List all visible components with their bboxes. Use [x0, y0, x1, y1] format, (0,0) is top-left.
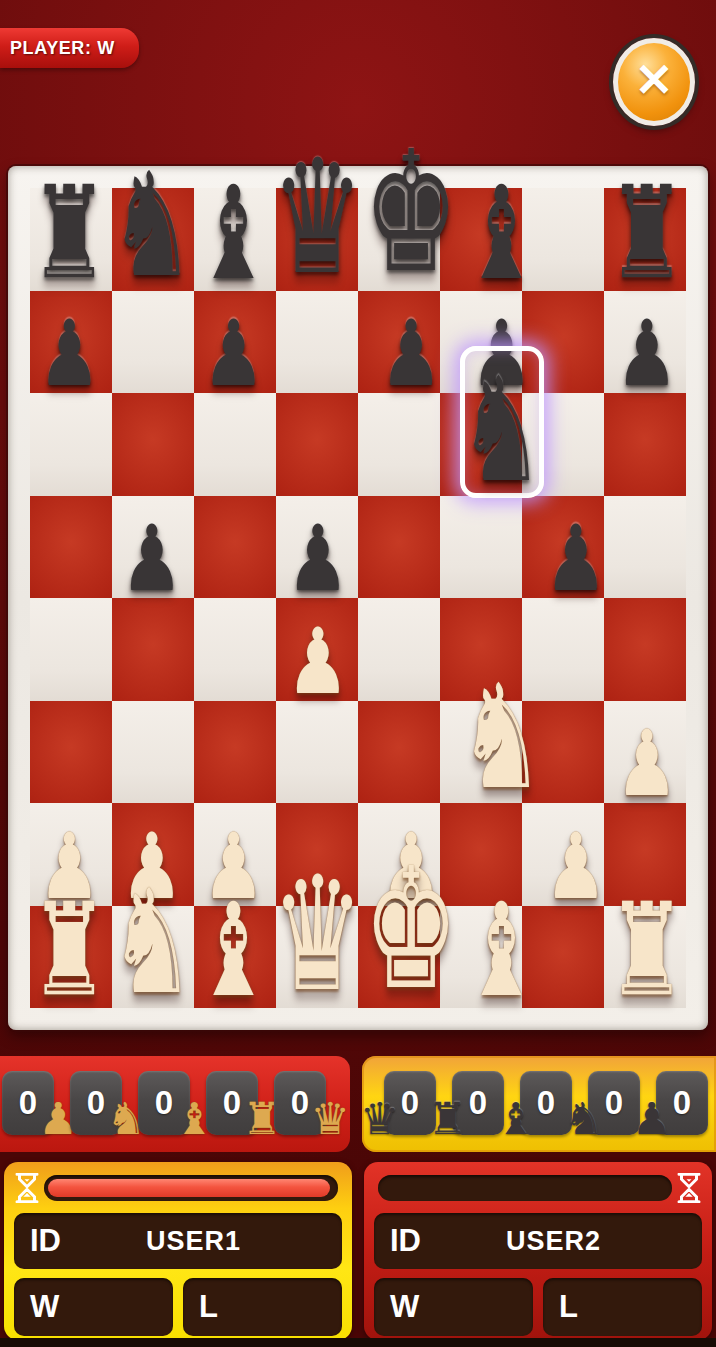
square-b3[interactable]	[112, 701, 194, 804]
player2-wins-box: W	[374, 1278, 533, 1336]
piece-black-pawn-e7[interactable]: ♟	[380, 308, 443, 399]
player2-timer-bar	[378, 1175, 672, 1201]
piece-white-pawn-h3[interactable]: ♟	[615, 718, 678, 809]
cell-f8: ♝	[459, 188, 545, 291]
square-a4[interactable]	[30, 598, 112, 701]
captured-white-bishop-counter: 0♝	[138, 1071, 206, 1137]
id-label: ID	[390, 1223, 421, 1259]
capture-count: 0	[206, 1071, 258, 1135]
cell-a7: ♟	[30, 291, 109, 394]
capture-count: 0	[2, 1071, 54, 1135]
cell-g5: ♟	[545, 496, 608, 599]
cell-g2: ♟	[545, 803, 608, 906]
player-turn-badge: PLAYER: W	[0, 28, 139, 68]
capture-count: 0	[452, 1071, 504, 1135]
cell-b1: ♞	[109, 906, 195, 1009]
captured-black-rook-counter: 0♜	[438, 1071, 506, 1137]
hourglass-icon	[14, 1173, 40, 1203]
piece-white-pawn-g2[interactable]: ♟	[545, 821, 608, 912]
piece-black-bishop-c8[interactable]: ♝	[195, 168, 272, 297]
cell-b8: ♞	[109, 188, 195, 291]
piece-white-knight-b1[interactable]: ♞	[109, 870, 195, 1014]
piece-black-pawn-a7[interactable]: ♟	[38, 308, 101, 399]
cell-h8: ♜	[607, 188, 686, 291]
losses-label: L	[199, 1289, 218, 1325]
square-h4[interactable]	[604, 598, 686, 701]
close-button[interactable]: ✕	[613, 38, 695, 126]
player2-name: USER2	[421, 1226, 686, 1257]
piece-white-knight-f3[interactable]: ♞	[459, 665, 545, 809]
square-h5[interactable]	[604, 496, 686, 599]
cell-c1: ♝	[195, 906, 272, 1009]
captured-black-pawn-counter: 0♟	[642, 1071, 710, 1137]
piece-black-queen-d8[interactable]: ♛	[272, 138, 363, 296]
captured-black-pieces-tray: 0♛0♜0♝0♞0♟	[362, 1056, 716, 1152]
cell-f6: ♞	[459, 393, 545, 496]
square-c4[interactable]	[194, 598, 276, 701]
player1-wins-box: W	[14, 1278, 173, 1336]
piece-white-queen-d1[interactable]: ♛	[272, 856, 363, 1014]
player1-name: USER1	[61, 1226, 326, 1257]
square-e3[interactable]	[358, 701, 440, 804]
square-d6[interactable]	[276, 393, 358, 496]
cell-e1: ♚	[364, 906, 459, 1009]
capture-count: 0	[274, 1071, 326, 1135]
piece-white-rook-a1[interactable]: ♜	[30, 886, 109, 1014]
cell-f3: ♞	[459, 701, 545, 804]
capture-count: 0	[588, 1071, 640, 1135]
piece-white-bishop-f1[interactable]: ♝	[463, 885, 540, 1014]
piece-black-king-e8[interactable]: ♚	[364, 129, 459, 296]
cell-a8: ♜	[30, 188, 109, 291]
square-b4[interactable]	[112, 598, 194, 701]
chess-game-screen: { "game": "chess", "header": { "player_b…	[0, 0, 716, 1347]
cell-h1: ♜	[607, 906, 686, 1009]
captured-white-pawn-counter: 0♟	[2, 1071, 70, 1137]
piece-black-knight-f6[interactable]: ♞	[459, 358, 545, 502]
square-b6[interactable]	[112, 393, 194, 496]
square-c3[interactable]	[194, 701, 276, 804]
capture-count: 0	[520, 1071, 572, 1135]
piece-black-rook-a8[interactable]: ♜	[30, 169, 109, 297]
capture-count: 0	[138, 1071, 190, 1135]
player1-id-box: ID USER1	[14, 1213, 342, 1269]
captured-black-queen-counter: 0♛	[370, 1071, 438, 1137]
piece-black-knight-b8[interactable]: ♞	[109, 153, 195, 297]
player1-timer-bar	[44, 1175, 338, 1201]
capture-count: 0	[384, 1071, 436, 1135]
player2-panel: ID USER2 W L	[364, 1162, 712, 1340]
close-icon: ✕	[635, 57, 674, 103]
player2-id-box: ID USER2	[374, 1213, 702, 1269]
bottom-edge-bar	[0, 1338, 716, 1347]
square-e5[interactable]	[358, 496, 440, 599]
piece-white-rook-h1[interactable]: ♜	[607, 886, 686, 1014]
square-a3[interactable]	[30, 701, 112, 804]
capture-count: 0	[70, 1071, 122, 1135]
wins-label: W	[30, 1289, 59, 1325]
cell-h3: ♟	[607, 701, 686, 804]
hourglass-icon	[676, 1173, 702, 1203]
cell-c7: ♟	[195, 291, 272, 394]
player1-panel: ID USER1 W L	[4, 1162, 352, 1340]
piece-black-pawn-h7[interactable]: ♟	[615, 308, 678, 399]
chess-board: ♜♞♝♛♚♝♜♟♟♟♟♟♞♟♟♟♟♞♟♟♟♟♟♟♜♞♝♛♚♝♜	[8, 166, 708, 1030]
captured-black-bishop-counter: 0♝	[506, 1071, 574, 1137]
cell-d8: ♛	[272, 188, 363, 291]
player2-losses-box: L	[543, 1278, 702, 1336]
square-c5[interactable]	[194, 496, 276, 599]
captured-white-rook-counter: 0♜	[206, 1071, 274, 1137]
captured-white-queen-counter: 0♛	[274, 1071, 342, 1137]
square-e6[interactable]	[358, 393, 440, 496]
cell-b5: ♟	[109, 496, 195, 599]
piece-white-bishop-c1[interactable]: ♝	[195, 885, 272, 1014]
player1-losses-box: L	[183, 1278, 342, 1336]
captured-black-knight-counter: 0♞	[574, 1071, 642, 1137]
piece-black-pawn-d5[interactable]: ♟	[286, 513, 349, 604]
square-h6[interactable]	[604, 393, 686, 496]
piece-black-bishop-f8[interactable]: ♝	[463, 168, 540, 297]
losses-label: L	[559, 1289, 578, 1325]
cell-a1: ♜	[30, 906, 109, 1009]
piece-black-rook-h8[interactable]: ♜	[607, 169, 686, 297]
captured-white-knight-counter: 0♞	[70, 1071, 138, 1137]
piece-black-pawn-b5[interactable]: ♟	[121, 513, 184, 604]
player1-timer-fill	[48, 1179, 330, 1197]
capture-count: 0	[656, 1071, 708, 1135]
cell-c8: ♝	[195, 188, 272, 291]
piece-white-king-e1[interactable]: ♚	[364, 847, 459, 1014]
square-e4[interactable]	[358, 598, 440, 701]
square-c6[interactable]	[194, 393, 276, 496]
square-d3[interactable]	[276, 701, 358, 804]
cell-f1: ♝	[459, 906, 545, 1009]
id-label: ID	[30, 1223, 61, 1259]
cell-h7: ♟	[607, 291, 686, 394]
square-a5[interactable]	[30, 496, 112, 599]
cell-e8: ♚	[364, 188, 459, 291]
piece-black-pawn-g5[interactable]: ♟	[545, 513, 608, 604]
wins-label: W	[390, 1289, 419, 1325]
cell-d1: ♛	[272, 906, 363, 1009]
piece-white-pawn-d4[interactable]: ♟	[286, 616, 349, 707]
square-a6[interactable]	[30, 393, 112, 496]
piece-black-pawn-c7[interactable]: ♟	[202, 308, 265, 399]
captured-white-pieces-tray: 0♟0♞0♝0♜0♛	[0, 1056, 350, 1152]
